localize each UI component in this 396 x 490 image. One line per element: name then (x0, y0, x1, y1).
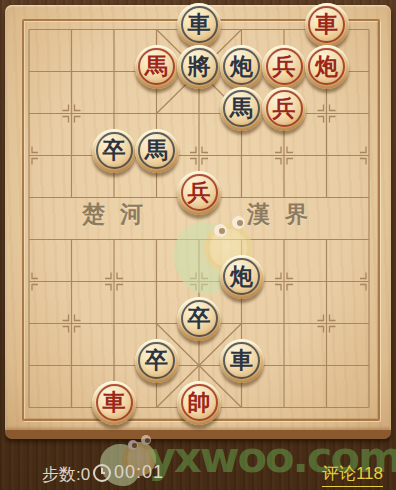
piece-character: 馬 (145, 44, 168, 88)
time-display: 00:01 (114, 462, 164, 483)
page-root: { "game": "xiangqi", "position": { "fen"… (0, 0, 396, 490)
game-board[interactable]: 楚河 漢界 車車馬將炮兵炮馬兵卒馬兵炮卒卒車車帥 (5, 5, 391, 439)
piece-black-general[interactable]: 將 (177, 45, 221, 89)
piece-character: 兵 (273, 44, 296, 88)
piece-character: 炮 (230, 254, 253, 298)
piece-red-horse[interactable]: 馬 (135, 45, 179, 89)
piece-character: 車 (188, 2, 211, 46)
piece-character: 炮 (315, 44, 338, 88)
piece-red-pawn[interactable]: 兵 (262, 45, 306, 89)
piece-character: 兵 (273, 86, 296, 130)
piece-red-general[interactable]: 帥 (177, 381, 221, 425)
piece-character: 車 (230, 338, 253, 382)
piece-red-rook[interactable]: 車 (305, 3, 349, 47)
piece-character: 馬 (230, 86, 253, 130)
piece-red-rook[interactable]: 車 (92, 381, 136, 425)
piece-black-rook[interactable]: 車 (177, 3, 221, 47)
piece-character: 卒 (145, 338, 168, 382)
piece-black-pawn[interactable]: 卒 (177, 297, 221, 341)
move-counter: 步数:0 (42, 463, 90, 486)
piece-character: 帥 (188, 380, 211, 424)
piece-black-cannon[interactable]: 炮 (220, 45, 264, 89)
piece-character: 車 (103, 380, 126, 424)
piece-red-pawn[interactable]: 兵 (177, 171, 221, 215)
piece-character: 車 (315, 2, 338, 46)
comments-link[interactable]: 评论118 (322, 462, 383, 487)
piece-black-cannon[interactable]: 炮 (220, 255, 264, 299)
piece-black-horse[interactable]: 馬 (135, 129, 179, 173)
piece-character: 兵 (188, 170, 211, 214)
piece-black-rook[interactable]: 車 (220, 339, 264, 383)
piece-red-cannon[interactable]: 炮 (305, 45, 349, 89)
piece-character: 將 (188, 44, 211, 88)
clock-icon (93, 464, 111, 482)
piece-character: 馬 (145, 128, 168, 172)
piece-black-pawn[interactable]: 卒 (92, 129, 136, 173)
river-label-right: 漢界 (247, 199, 323, 230)
piece-character: 炮 (230, 44, 253, 88)
piece-character: 卒 (103, 128, 126, 172)
piece-black-horse[interactable]: 馬 (220, 87, 264, 131)
piece-black-pawn[interactable]: 卒 (135, 339, 179, 383)
piece-character: 卒 (188, 296, 211, 340)
river-label-left: 楚河 (82, 199, 158, 230)
piece-red-pawn[interactable]: 兵 (262, 87, 306, 131)
